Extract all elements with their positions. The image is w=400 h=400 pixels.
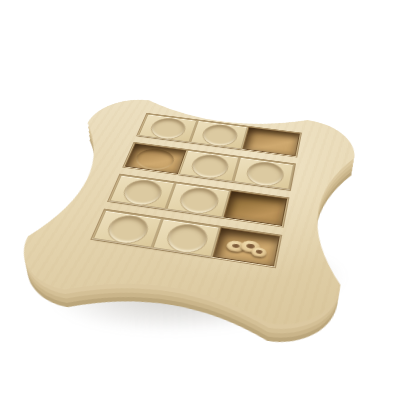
cell-r1c1-slider xyxy=(138,114,197,142)
cell-r2c2-slider xyxy=(179,150,240,181)
cell-r1c2-slider xyxy=(190,120,248,149)
slider-block[interactable] xyxy=(138,114,197,142)
cell-r3c1-slider xyxy=(110,175,175,209)
cell-r1c3-open xyxy=(243,127,300,156)
compartment-floor xyxy=(243,127,300,156)
slider-round-recess xyxy=(188,153,231,181)
cell-r3c2-slider xyxy=(166,183,230,218)
treat-spot xyxy=(256,249,263,254)
slider-block[interactable] xyxy=(179,150,240,181)
tracks xyxy=(79,113,302,295)
compartment-floor xyxy=(224,191,287,226)
slider-block[interactable] xyxy=(166,183,230,218)
dog-treat[interactable] xyxy=(251,247,268,258)
cell-r4c3-open xyxy=(213,227,280,266)
slider-round-recess xyxy=(176,185,221,216)
compartment-floor xyxy=(213,227,280,266)
slider-round-recess xyxy=(103,213,152,246)
treat-spot xyxy=(231,243,240,248)
slider-block[interactable] xyxy=(190,120,248,149)
cell-r2c1-open xyxy=(125,143,187,174)
slider-block[interactable] xyxy=(110,175,175,209)
compartment-floor-recess xyxy=(133,147,178,172)
cell-r2c3-slider xyxy=(234,157,294,189)
compartment-floor xyxy=(125,143,187,174)
cell-r4c1-slider xyxy=(93,210,162,247)
slider-round-recess xyxy=(244,160,286,188)
slider-round-recess xyxy=(199,123,240,148)
slider-block[interactable] xyxy=(234,157,294,189)
slider-round-recess xyxy=(147,116,189,141)
cell-r3c3-open xyxy=(224,191,287,226)
photo-stage xyxy=(0,0,400,400)
slider-block[interactable] xyxy=(152,219,220,257)
slider-round-recess xyxy=(120,178,166,208)
slider-block[interactable] xyxy=(93,210,162,247)
cell-r4c2-slider xyxy=(152,219,220,257)
slider-round-recess xyxy=(163,222,211,256)
